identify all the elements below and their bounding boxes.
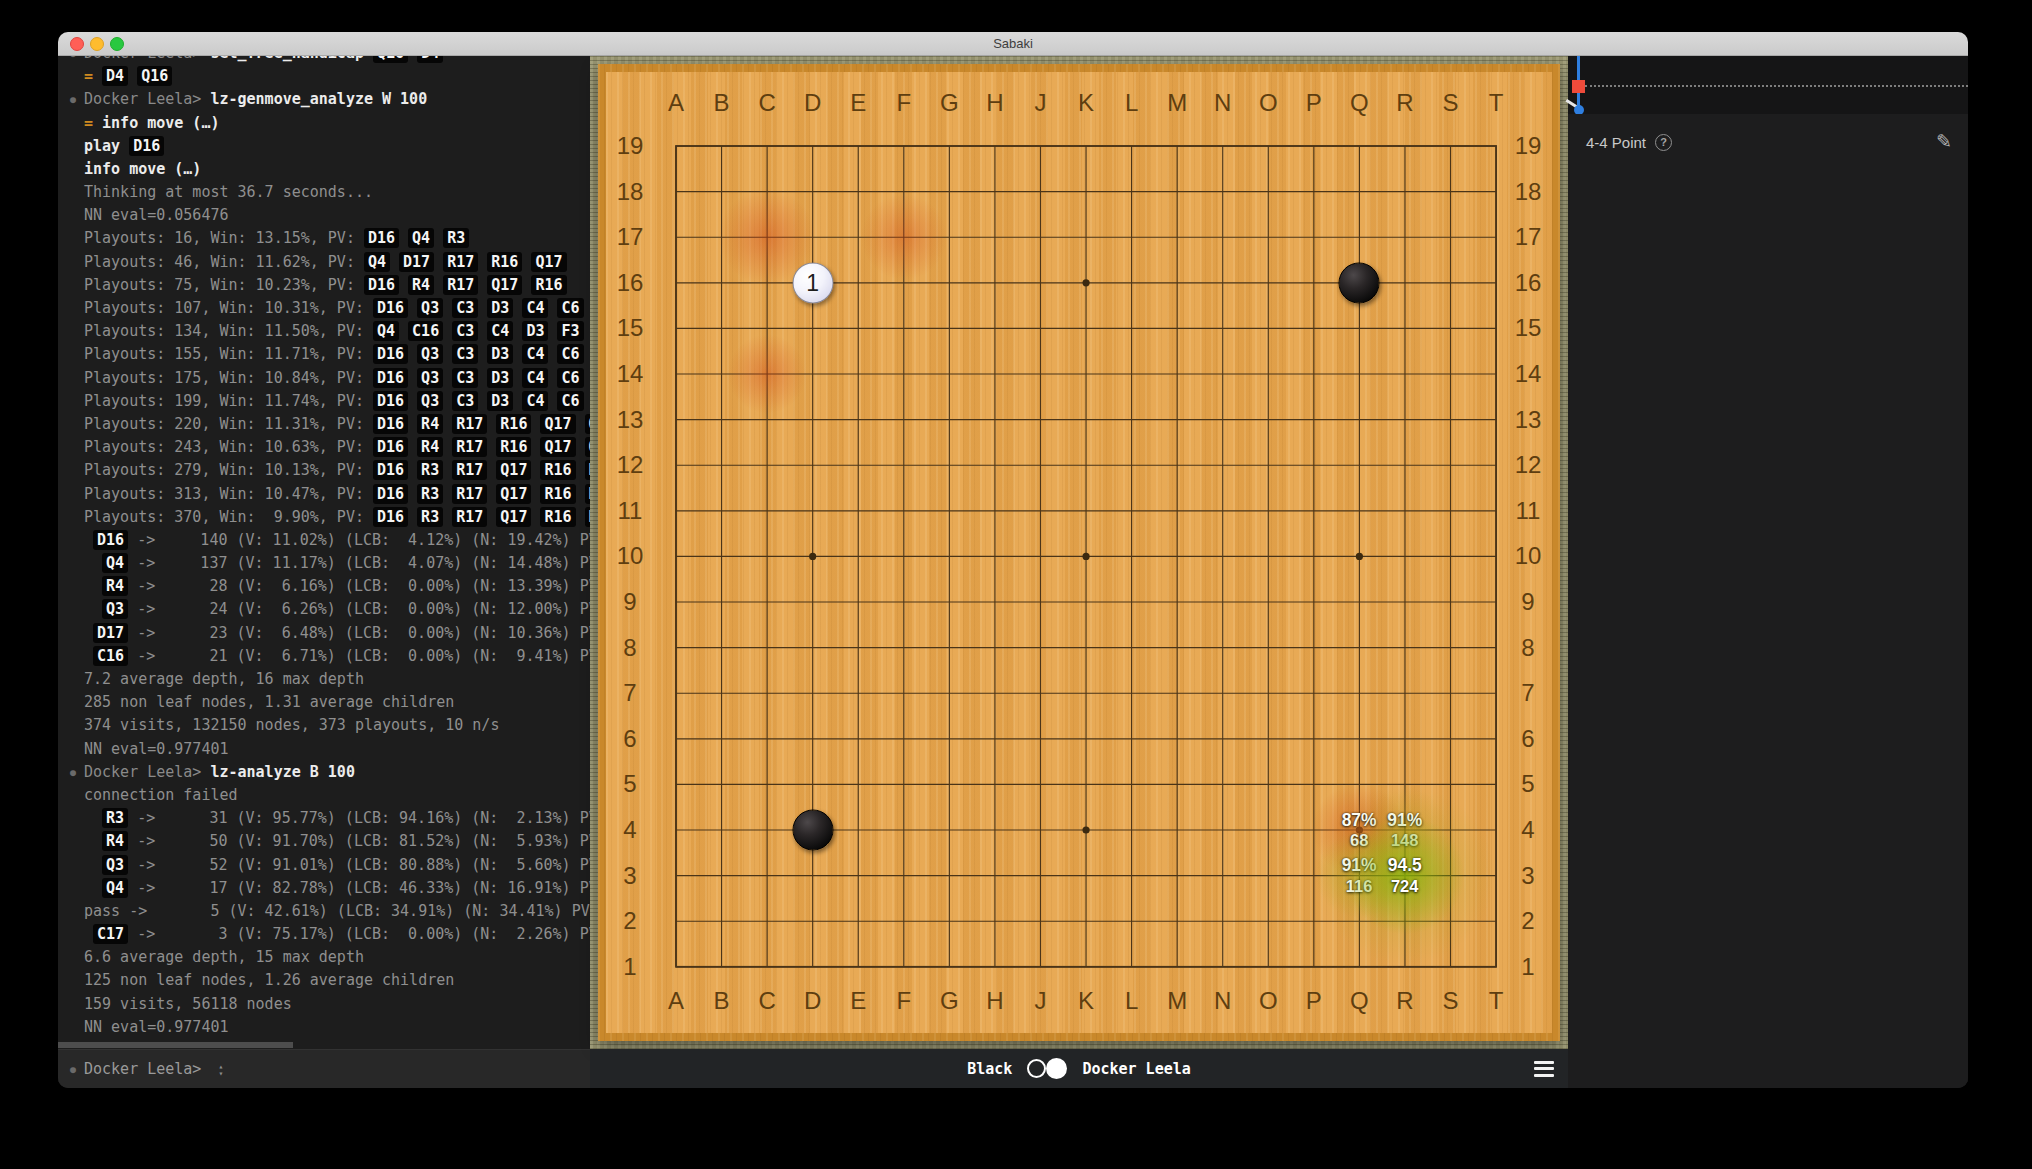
intersection-C18[interactable] <box>744 169 790 215</box>
intersection-K16[interactable] <box>1063 260 1109 306</box>
intersection-H10[interactable] <box>972 534 1018 580</box>
intersection-J19[interactable] <box>1018 123 1064 169</box>
intersection-R15[interactable] <box>1382 306 1428 352</box>
intersection-T8[interactable] <box>1473 625 1519 671</box>
intersection-C4[interactable] <box>744 807 790 853</box>
intersection-D7[interactable] <box>790 670 836 716</box>
intersection-H3[interactable] <box>972 853 1018 899</box>
intersection-P8[interactable] <box>1291 625 1337 671</box>
intersection-S16[interactable] <box>1427 260 1473 306</box>
intersection-B2[interactable] <box>699 898 745 944</box>
intersection-E7[interactable] <box>835 670 881 716</box>
intersection-T12[interactable] <box>1473 442 1519 488</box>
intersection-M13[interactable] <box>1154 397 1200 443</box>
intersection-D18[interactable] <box>790 169 836 215</box>
intersection-P17[interactable] <box>1291 214 1337 260</box>
intersection-N4[interactable] <box>1200 807 1246 853</box>
intersection-L14[interactable] <box>1109 351 1155 397</box>
intersection-H7[interactable] <box>972 670 1018 716</box>
intersection-R13[interactable] <box>1382 397 1428 443</box>
title-bar[interactable]: Sabaki <box>58 32 1968 56</box>
intersection-E3[interactable] <box>835 853 881 899</box>
intersection-J13[interactable] <box>1018 397 1064 443</box>
intersection-J7[interactable] <box>1018 670 1064 716</box>
intersection-G18[interactable] <box>926 169 972 215</box>
intersection-D19[interactable] <box>790 123 836 169</box>
intersection-K10[interactable] <box>1063 534 1109 580</box>
intersection-M15[interactable] <box>1154 306 1200 352</box>
intersection-R12[interactable] <box>1382 442 1428 488</box>
intersection-Q12[interactable] <box>1336 442 1382 488</box>
intersection-A7[interactable] <box>653 670 699 716</box>
intersection-A13[interactable] <box>653 397 699 443</box>
intersection-C7[interactable] <box>744 670 790 716</box>
intersection-H2[interactable] <box>972 898 1018 944</box>
intersection-Q7[interactable] <box>1336 670 1382 716</box>
intersection-J1[interactable] <box>1018 944 1064 990</box>
intersection-T19[interactable] <box>1473 123 1519 169</box>
intersection-J12[interactable] <box>1018 442 1064 488</box>
intersection-M1[interactable] <box>1154 944 1200 990</box>
intersection-L1[interactable] <box>1109 944 1155 990</box>
intersection-F14[interactable] <box>881 351 927 397</box>
intersection-M5[interactable] <box>1154 762 1200 808</box>
intersection-A3[interactable] <box>653 853 699 899</box>
intersection-L3[interactable] <box>1109 853 1155 899</box>
intersection-F6[interactable] <box>881 716 927 762</box>
intersection-D11[interactable] <box>790 488 836 534</box>
edit-pencil-icon[interactable]: ✎ <box>1936 130 1952 153</box>
intersection-B5[interactable] <box>699 762 745 808</box>
intersection-D9[interactable] <box>790 579 836 625</box>
intersection-O11[interactable] <box>1245 488 1291 534</box>
intersection-H5[interactable] <box>972 762 1018 808</box>
intersection-R19[interactable] <box>1382 123 1428 169</box>
intersection-Q2[interactable] <box>1336 898 1382 944</box>
intersection-K13[interactable] <box>1063 397 1109 443</box>
intersection-T5[interactable] <box>1473 762 1519 808</box>
intersection-R4[interactable]: 91%148 <box>1382 807 1428 853</box>
intersection-G13[interactable] <box>926 397 972 443</box>
intersection-A1[interactable] <box>653 944 699 990</box>
intersection-K14[interactable] <box>1063 351 1109 397</box>
intersection-O18[interactable] <box>1245 169 1291 215</box>
intersection-E17[interactable] <box>835 214 881 260</box>
intersection-F10[interactable] <box>881 534 927 580</box>
intersection-F9[interactable] <box>881 579 927 625</box>
intersection-N13[interactable] <box>1200 397 1246 443</box>
intersection-D8[interactable] <box>790 625 836 671</box>
intersection-D10[interactable] <box>790 534 836 580</box>
intersection-M16[interactable] <box>1154 260 1200 306</box>
intersection-H9[interactable] <box>972 579 1018 625</box>
intersection-L5[interactable] <box>1109 762 1155 808</box>
intersection-O14[interactable] <box>1245 351 1291 397</box>
console-log-viewport[interactable]: ●Docker Leela> set_free_handicap Q16 D4●… <box>58 56 590 1041</box>
intersection-Q11[interactable] <box>1336 488 1382 534</box>
intersection-P18[interactable] <box>1291 169 1337 215</box>
intersection-E16[interactable] <box>835 260 881 306</box>
intersection-G8[interactable] <box>926 625 972 671</box>
intersection-M17[interactable] <box>1154 214 1200 260</box>
intersection-D6[interactable] <box>790 716 836 762</box>
intersection-H19[interactable] <box>972 123 1018 169</box>
intersection-E9[interactable] <box>835 579 881 625</box>
intersection-C15[interactable] <box>744 306 790 352</box>
intersection-E14[interactable] <box>835 351 881 397</box>
intersection-C14[interactable] <box>744 351 790 397</box>
intersection-L18[interactable] <box>1109 169 1155 215</box>
intersection-Q1[interactable] <box>1336 944 1382 990</box>
intersection-O13[interactable] <box>1245 397 1291 443</box>
intersection-H6[interactable] <box>972 716 1018 762</box>
intersection-H18[interactable] <box>972 169 1018 215</box>
intersection-S12[interactable] <box>1427 442 1473 488</box>
intersection-N14[interactable] <box>1200 351 1246 397</box>
intersection-L15[interactable] <box>1109 306 1155 352</box>
intersection-R11[interactable] <box>1382 488 1428 534</box>
intersection-R10[interactable] <box>1382 534 1428 580</box>
intersection-H15[interactable] <box>972 306 1018 352</box>
intersection-H14[interactable] <box>972 351 1018 397</box>
intersection-N12[interactable] <box>1200 442 1246 488</box>
intersection-O17[interactable] <box>1245 214 1291 260</box>
intersection-J14[interactable] <box>1018 351 1064 397</box>
intersection-T10[interactable] <box>1473 534 1519 580</box>
intersection-P12[interactable] <box>1291 442 1337 488</box>
intersection-M6[interactable] <box>1154 716 1200 762</box>
intersection-A17[interactable] <box>653 214 699 260</box>
intersection-D4[interactable] <box>790 807 836 853</box>
intersection-S11[interactable] <box>1427 488 1473 534</box>
intersection-O12[interactable] <box>1245 442 1291 488</box>
intersection-T4[interactable] <box>1473 807 1519 853</box>
horizontal-scrollbar-thumb[interactable] <box>58 1042 293 1048</box>
intersection-S6[interactable] <box>1427 716 1473 762</box>
intersection-M9[interactable] <box>1154 579 1200 625</box>
intersection-G6[interactable] <box>926 716 972 762</box>
intersection-P15[interactable] <box>1291 306 1337 352</box>
intersection-P1[interactable] <box>1291 944 1337 990</box>
intersection-A16[interactable] <box>653 260 699 306</box>
intersection-N2[interactable] <box>1200 898 1246 944</box>
intersection-P10[interactable] <box>1291 534 1337 580</box>
intersection-D12[interactable] <box>790 442 836 488</box>
intersection-F1[interactable] <box>881 944 927 990</box>
intersection-T3[interactable] <box>1473 853 1519 899</box>
intersection-Q16[interactable] <box>1336 260 1382 306</box>
intersection-L9[interactable] <box>1109 579 1155 625</box>
intersection-G14[interactable] <box>926 351 972 397</box>
intersection-D13[interactable] <box>790 397 836 443</box>
intersection-F16[interactable] <box>881 260 927 306</box>
intersection-A4[interactable] <box>653 807 699 853</box>
intersection-M11[interactable] <box>1154 488 1200 534</box>
intersection-S9[interactable] <box>1427 579 1473 625</box>
intersection-G16[interactable] <box>926 260 972 306</box>
intersection-H4[interactable] <box>972 807 1018 853</box>
intersection-P14[interactable] <box>1291 351 1337 397</box>
intersection-O3[interactable] <box>1245 853 1291 899</box>
intersection-A19[interactable] <box>653 123 699 169</box>
intersection-S18[interactable] <box>1427 169 1473 215</box>
intersection-C19[interactable] <box>744 123 790 169</box>
intersection-T16[interactable] <box>1473 260 1519 306</box>
intersection-E8[interactable] <box>835 625 881 671</box>
intersection-K6[interactable] <box>1063 716 1109 762</box>
intersection-N1[interactable] <box>1200 944 1246 990</box>
intersection-P16[interactable] <box>1291 260 1337 306</box>
intersection-C8[interactable] <box>744 625 790 671</box>
intersection-Q10[interactable] <box>1336 534 1382 580</box>
intersection-C1[interactable] <box>744 944 790 990</box>
intersection-J4[interactable] <box>1018 807 1064 853</box>
intersection-S2[interactable] <box>1427 898 1473 944</box>
intersection-E12[interactable] <box>835 442 881 488</box>
intersection-J8[interactable] <box>1018 625 1064 671</box>
intersection-C11[interactable] <box>744 488 790 534</box>
intersection-N18[interactable] <box>1200 169 1246 215</box>
intersection-S10[interactable] <box>1427 534 1473 580</box>
intersection-O15[interactable] <box>1245 306 1291 352</box>
intersection-R18[interactable] <box>1382 169 1428 215</box>
intersection-E18[interactable] <box>835 169 881 215</box>
tree-current-node[interactable] <box>1572 80 1585 93</box>
intersection-D17[interactable] <box>790 214 836 260</box>
intersection-A8[interactable] <box>653 625 699 671</box>
intersection-T6[interactable] <box>1473 716 1519 762</box>
intersection-A12[interactable] <box>653 442 699 488</box>
engine-selector-icon[interactable]: ▴▾ <box>218 1063 223 1077</box>
intersection-B14[interactable] <box>699 351 745 397</box>
intersection-F13[interactable] <box>881 397 927 443</box>
intersection-S8[interactable] <box>1427 625 1473 671</box>
intersection-B19[interactable] <box>699 123 745 169</box>
intersection-C13[interactable] <box>744 397 790 443</box>
intersection-J5[interactable] <box>1018 762 1064 808</box>
intersection-N10[interactable] <box>1200 534 1246 580</box>
intersection-G2[interactable] <box>926 898 972 944</box>
intersection-L2[interactable] <box>1109 898 1155 944</box>
intersection-H11[interactable] <box>972 488 1018 534</box>
intersection-K4[interactable] <box>1063 807 1109 853</box>
intersection-N8[interactable] <box>1200 625 1246 671</box>
intersection-Q9[interactable] <box>1336 579 1382 625</box>
intersection-B4[interactable] <box>699 807 745 853</box>
intersection-S7[interactable] <box>1427 670 1473 716</box>
intersection-A18[interactable] <box>653 169 699 215</box>
intersection-N9[interactable] <box>1200 579 1246 625</box>
intersection-J11[interactable] <box>1018 488 1064 534</box>
intersection-G9[interactable] <box>926 579 972 625</box>
intersection-E5[interactable] <box>835 762 881 808</box>
intersection-H17[interactable] <box>972 214 1018 260</box>
intersection-C2[interactable] <box>744 898 790 944</box>
intersection-E4[interactable] <box>835 807 881 853</box>
intersection-N16[interactable] <box>1200 260 1246 306</box>
intersection-Q13[interactable] <box>1336 397 1382 443</box>
intersection-S5[interactable] <box>1427 762 1473 808</box>
intersection-F18[interactable] <box>881 169 927 215</box>
intersection-R6[interactable] <box>1382 716 1428 762</box>
intersection-K15[interactable] <box>1063 306 1109 352</box>
intersection-R5[interactable] <box>1382 762 1428 808</box>
intersection-P4[interactable] <box>1291 807 1337 853</box>
intersection-Q8[interactable] <box>1336 625 1382 671</box>
intersection-A2[interactable] <box>653 898 699 944</box>
intersection-Q17[interactable] <box>1336 214 1382 260</box>
intersection-C12[interactable] <box>744 442 790 488</box>
intersection-E13[interactable] <box>835 397 881 443</box>
intersection-B8[interactable] <box>699 625 745 671</box>
intersection-L12[interactable] <box>1109 442 1155 488</box>
intersection-S3[interactable] <box>1427 853 1473 899</box>
intersection-T1[interactable] <box>1473 944 1519 990</box>
intersection-P7[interactable] <box>1291 670 1337 716</box>
intersection-R8[interactable] <box>1382 625 1428 671</box>
intersection-D1[interactable] <box>790 944 836 990</box>
intersection-N17[interactable] <box>1200 214 1246 260</box>
intersection-L6[interactable] <box>1109 716 1155 762</box>
intersection-A14[interactable] <box>653 351 699 397</box>
intersection-A11[interactable] <box>653 488 699 534</box>
intersection-B7[interactable] <box>699 670 745 716</box>
intersection-J10[interactable] <box>1018 534 1064 580</box>
intersection-J9[interactable] <box>1018 579 1064 625</box>
intersection-E19[interactable] <box>835 123 881 169</box>
intersection-P11[interactable] <box>1291 488 1337 534</box>
intersection-Q6[interactable] <box>1336 716 1382 762</box>
intersection-P2[interactable] <box>1291 898 1337 944</box>
intersection-E6[interactable] <box>835 716 881 762</box>
intersection-E11[interactable] <box>835 488 881 534</box>
intersection-O16[interactable] <box>1245 260 1291 306</box>
intersection-M12[interactable] <box>1154 442 1200 488</box>
intersection-Q3[interactable]: 91%116 <box>1336 853 1382 899</box>
intersection-L19[interactable] <box>1109 123 1155 169</box>
intersection-S4[interactable] <box>1427 807 1473 853</box>
intersection-O4[interactable] <box>1245 807 1291 853</box>
intersection-O6[interactable] <box>1245 716 1291 762</box>
intersection-R7[interactable] <box>1382 670 1428 716</box>
intersection-R2[interactable] <box>1382 898 1428 944</box>
intersection-P3[interactable] <box>1291 853 1337 899</box>
intersection-B9[interactable] <box>699 579 745 625</box>
engine-side-toggle[interactable] <box>1027 1058 1067 1079</box>
intersection-C17[interactable] <box>744 214 790 260</box>
intersection-C9[interactable] <box>744 579 790 625</box>
intersection-N5[interactable] <box>1200 762 1246 808</box>
help-icon[interactable]: ? <box>1655 134 1672 151</box>
intersection-S17[interactable] <box>1427 214 1473 260</box>
intersection-O1[interactable] <box>1245 944 1291 990</box>
intersection-D2[interactable] <box>790 898 836 944</box>
intersection-O7[interactable] <box>1245 670 1291 716</box>
intersection-Q4[interactable]: 87%68 <box>1336 807 1382 853</box>
intersection-H12[interactable] <box>972 442 1018 488</box>
intersection-S15[interactable] <box>1427 306 1473 352</box>
intersection-C10[interactable] <box>744 534 790 580</box>
intersection-C5[interactable] <box>744 762 790 808</box>
intersection-B11[interactable] <box>699 488 745 534</box>
intersection-K7[interactable] <box>1063 670 1109 716</box>
intersection-F3[interactable] <box>881 853 927 899</box>
intersection-T7[interactable] <box>1473 670 1519 716</box>
intersection-G11[interactable] <box>926 488 972 534</box>
intersection-A9[interactable] <box>653 579 699 625</box>
intersection-J6[interactable] <box>1018 716 1064 762</box>
intersection-L10[interactable] <box>1109 534 1155 580</box>
intersection-K12[interactable] <box>1063 442 1109 488</box>
intersection-G19[interactable] <box>926 123 972 169</box>
intersection-E15[interactable] <box>835 306 881 352</box>
intersection-O5[interactable] <box>1245 762 1291 808</box>
intersection-N19[interactable] <box>1200 123 1246 169</box>
intersection-M7[interactable] <box>1154 670 1200 716</box>
intersection-B1[interactable] <box>699 944 745 990</box>
intersection-J15[interactable] <box>1018 306 1064 352</box>
intersection-B16[interactable] <box>699 260 745 306</box>
intersection-G12[interactable] <box>926 442 972 488</box>
intersection-N6[interactable] <box>1200 716 1246 762</box>
intersection-G5[interactable] <box>926 762 972 808</box>
intersection-R3[interactable]: 94.5724 <box>1382 853 1428 899</box>
intersection-N11[interactable] <box>1200 488 1246 534</box>
intersection-D5[interactable] <box>790 762 836 808</box>
intersection-K3[interactable] <box>1063 853 1109 899</box>
console-input-bar[interactable]: ●Docker Leela> ▴▾ <box>58 1049 590 1088</box>
intersection-T11[interactable] <box>1473 488 1519 534</box>
intersection-S19[interactable] <box>1427 123 1473 169</box>
intersection-T2[interactable] <box>1473 898 1519 944</box>
intersection-T18[interactable] <box>1473 169 1519 215</box>
intersection-L4[interactable] <box>1109 807 1155 853</box>
intersection-B12[interactable] <box>699 442 745 488</box>
intersection-O8[interactable] <box>1245 625 1291 671</box>
intersection-D3[interactable] <box>790 853 836 899</box>
intersection-N3[interactable] <box>1200 853 1246 899</box>
intersection-T13[interactable] <box>1473 397 1519 443</box>
intersection-Q18[interactable] <box>1336 169 1382 215</box>
intersection-F5[interactable] <box>881 762 927 808</box>
intersection-L11[interactable] <box>1109 488 1155 534</box>
intersection-J3[interactable] <box>1018 853 1064 899</box>
intersection-E2[interactable] <box>835 898 881 944</box>
intersection-F17[interactable] <box>881 214 927 260</box>
intersection-Q19[interactable] <box>1336 123 1382 169</box>
intersection-F15[interactable] <box>881 306 927 352</box>
intersection-P5[interactable] <box>1291 762 1337 808</box>
intersection-B13[interactable] <box>699 397 745 443</box>
intersection-P19[interactable] <box>1291 123 1337 169</box>
intersection-M4[interactable] <box>1154 807 1200 853</box>
intersection-K11[interactable] <box>1063 488 1109 534</box>
intersection-E10[interactable] <box>835 534 881 580</box>
intersection-D14[interactable] <box>790 351 836 397</box>
intersection-K2[interactable] <box>1063 898 1109 944</box>
intersection-K18[interactable] <box>1063 169 1109 215</box>
game-tree[interactable] <box>1568 56 1968 114</box>
intersection-F19[interactable] <box>881 123 927 169</box>
intersection-D15[interactable] <box>790 306 836 352</box>
intersection-S1[interactable] <box>1427 944 1473 990</box>
intersection-J2[interactable] <box>1018 898 1064 944</box>
intersection-B15[interactable] <box>699 306 745 352</box>
intersection-R9[interactable] <box>1382 579 1428 625</box>
intersection-O19[interactable] <box>1245 123 1291 169</box>
intersection-M8[interactable] <box>1154 625 1200 671</box>
intersection-F11[interactable] <box>881 488 927 534</box>
